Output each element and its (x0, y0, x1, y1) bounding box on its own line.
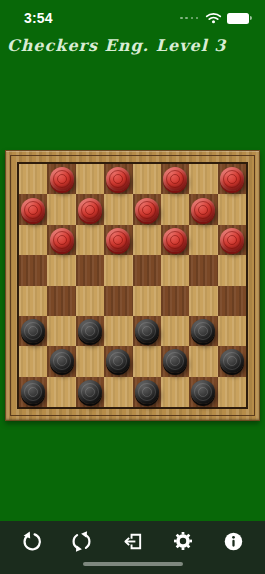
status-icons (180, 12, 252, 24)
red-piece[interactable] (106, 167, 130, 191)
board-square[interactable] (218, 164, 246, 194)
cellular-signal-icon (180, 17, 198, 20)
board-square[interactable] (189, 286, 217, 316)
board-square[interactable] (104, 377, 132, 407)
board-square[interactable] (189, 316, 217, 346)
board-square[interactable] (19, 286, 47, 316)
board-square[interactable] (76, 346, 104, 376)
board-frame-groove (10, 155, 255, 416)
board-square[interactable] (161, 225, 189, 255)
board-square[interactable] (133, 346, 161, 376)
exit-button[interactable] (117, 528, 147, 554)
board-square[interactable] (19, 346, 47, 376)
board-square[interactable] (189, 164, 217, 194)
board-square[interactable] (218, 377, 246, 407)
board-square[interactable] (76, 225, 104, 255)
wifi-icon (205, 12, 222, 24)
status-time: 3:54 (24, 10, 53, 26)
black-piece[interactable] (78, 380, 102, 404)
board-square[interactable] (47, 255, 75, 285)
red-piece[interactable] (50, 228, 74, 252)
board-inner-border (17, 162, 248, 409)
black-piece[interactable] (106, 349, 130, 373)
board-square[interactable] (161, 164, 189, 194)
board-square[interactable] (47, 164, 75, 194)
board-square[interactable] (189, 255, 217, 285)
board-square[interactable] (19, 377, 47, 407)
board-square[interactable] (161, 286, 189, 316)
board-square[interactable] (47, 225, 75, 255)
board-square[interactable] (218, 255, 246, 285)
board-square[interactable] (189, 194, 217, 224)
board-square[interactable] (76, 377, 104, 407)
battery-full-icon (227, 13, 252, 24)
board-square[interactable] (161, 194, 189, 224)
board-square[interactable] (76, 286, 104, 316)
info-icon (223, 531, 244, 552)
red-piece[interactable] (106, 228, 130, 252)
red-piece[interactable] (191, 198, 215, 222)
red-piece[interactable] (220, 167, 244, 191)
undo-icon (20, 530, 43, 553)
board-square[interactable] (76, 164, 104, 194)
board-square[interactable] (47, 194, 75, 224)
info-button[interactable] (219, 528, 249, 554)
board-square[interactable] (47, 346, 75, 376)
board-square[interactable] (189, 377, 217, 407)
black-piece[interactable] (21, 319, 45, 343)
red-piece[interactable] (163, 167, 187, 191)
board-square[interactable] (218, 316, 246, 346)
checkers-board (5, 150, 260, 421)
board-square[interactable] (19, 194, 47, 224)
board-square[interactable] (133, 225, 161, 255)
undo-button[interactable] (16, 528, 46, 554)
board-square[interactable] (133, 164, 161, 194)
board-square[interactable] (19, 316, 47, 346)
board-grid (19, 164, 246, 407)
red-piece[interactable] (220, 228, 244, 252)
settings-button[interactable] (168, 528, 198, 554)
board-square[interactable] (161, 346, 189, 376)
board-square[interactable] (104, 194, 132, 224)
board-square[interactable] (104, 164, 132, 194)
board-square[interactable] (76, 194, 104, 224)
board-square[interactable] (19, 164, 47, 194)
board-square[interactable] (218, 286, 246, 316)
black-piece[interactable] (191, 380, 215, 404)
board-square[interactable] (47, 286, 75, 316)
board-square[interactable] (76, 316, 104, 346)
board-square[interactable] (133, 194, 161, 224)
red-piece[interactable] (21, 198, 45, 222)
board-square[interactable] (133, 316, 161, 346)
gear-icon (172, 530, 194, 552)
home-indicator[interactable] (83, 562, 183, 566)
black-piece[interactable] (220, 349, 244, 373)
board-square[interactable] (189, 225, 217, 255)
black-piece[interactable] (21, 380, 45, 404)
exit-icon (121, 530, 144, 553)
black-piece[interactable] (50, 349, 74, 373)
board-square[interactable] (189, 346, 217, 376)
board-square[interactable] (104, 316, 132, 346)
red-piece[interactable] (163, 228, 187, 252)
board-square[interactable] (19, 255, 47, 285)
black-piece[interactable] (135, 319, 159, 343)
status-bar: 3:54 (0, 0, 265, 30)
board-square[interactable] (133, 255, 161, 285)
board-square[interactable] (133, 286, 161, 316)
board-square[interactable] (133, 377, 161, 407)
black-piece[interactable] (78, 319, 102, 343)
board-square[interactable] (218, 194, 246, 224)
bottom-toolbar (0, 521, 265, 574)
red-piece[interactable] (135, 198, 159, 222)
board-square[interactable] (161, 316, 189, 346)
board-square[interactable] (76, 255, 104, 285)
board-square[interactable] (47, 377, 75, 407)
black-piece[interactable] (135, 380, 159, 404)
board-square[interactable] (104, 225, 132, 255)
board-square[interactable] (104, 255, 132, 285)
page-title: Checkers Eng. Level 3 (7, 36, 226, 55)
board-square[interactable] (161, 255, 189, 285)
board-square[interactable] (104, 346, 132, 376)
black-piece[interactable] (191, 319, 215, 343)
restart-button[interactable] (67, 528, 97, 554)
board-square[interactable] (19, 225, 47, 255)
red-piece[interactable] (50, 167, 74, 191)
restart-icon (70, 530, 93, 553)
board-square[interactable] (218, 346, 246, 376)
red-piece[interactable] (78, 198, 102, 222)
board-square[interactable] (218, 225, 246, 255)
board-square[interactable] (104, 286, 132, 316)
app-screen: 3:54 Checkers Eng. Level 3 (0, 0, 265, 574)
black-piece[interactable] (163, 349, 187, 373)
board-square[interactable] (161, 377, 189, 407)
board-square[interactable] (47, 316, 75, 346)
